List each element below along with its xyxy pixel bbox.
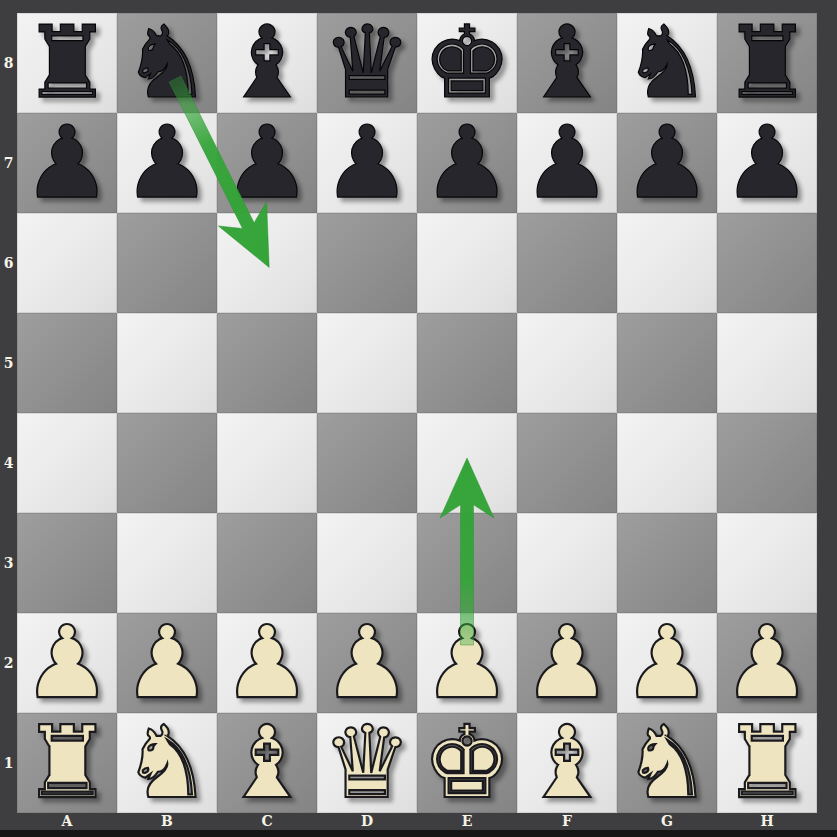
- square-e8[interactable]: ♚: [417, 13, 517, 113]
- square-b5[interactable]: [117, 313, 217, 413]
- square-g6[interactable]: [617, 213, 717, 313]
- square-b1[interactable]: ♞: [117, 713, 217, 813]
- square-f1[interactable]: ♝: [517, 713, 617, 813]
- square-f7[interactable]: ♟: [517, 113, 617, 213]
- piece-black-knight[interactable]: ♞: [122, 13, 212, 113]
- piece-black-pawn[interactable]: ♟: [522, 113, 612, 213]
- square-c4[interactable]: [217, 413, 317, 513]
- file-label-g: G: [617, 813, 717, 830]
- piece-white-pawn[interactable]: ♟: [522, 613, 612, 713]
- piece-black-queen[interactable]: ♛: [322, 13, 412, 113]
- piece-white-pawn[interactable]: ♟: [622, 613, 712, 713]
- piece-white-pawn[interactable]: ♟: [422, 613, 512, 713]
- square-f6[interactable]: [517, 213, 617, 313]
- square-d7[interactable]: ♟: [317, 113, 417, 213]
- square-b6[interactable]: [117, 213, 217, 313]
- square-f5[interactable]: [517, 313, 617, 413]
- rank-label-8: 8: [0, 13, 17, 113]
- square-c3[interactable]: [217, 513, 317, 613]
- piece-black-pawn[interactable]: ♟: [322, 113, 412, 213]
- square-g7[interactable]: ♟: [617, 113, 717, 213]
- square-d5[interactable]: [317, 313, 417, 413]
- piece-white-bishop[interactable]: ♝: [222, 713, 312, 813]
- piece-black-pawn[interactable]: ♟: [722, 113, 812, 213]
- rank-label-3: 3: [0, 513, 17, 613]
- square-c1[interactable]: ♝: [217, 713, 317, 813]
- piece-white-pawn[interactable]: ♟: [222, 613, 312, 713]
- piece-white-knight[interactable]: ♞: [122, 713, 212, 813]
- square-e1[interactable]: ♚: [417, 713, 517, 813]
- square-g1[interactable]: ♞: [617, 713, 717, 813]
- piece-white-pawn[interactable]: ♟: [722, 613, 812, 713]
- piece-white-queen[interactable]: ♛: [322, 713, 412, 813]
- square-c8[interactable]: ♝: [217, 13, 317, 113]
- square-a6[interactable]: [17, 213, 117, 313]
- piece-white-pawn[interactable]: ♟: [322, 613, 412, 713]
- piece-black-pawn[interactable]: ♟: [222, 113, 312, 213]
- file-label-f: F: [517, 813, 617, 830]
- square-g5[interactable]: [617, 313, 717, 413]
- square-g3[interactable]: [617, 513, 717, 613]
- piece-black-knight[interactable]: ♞: [622, 13, 712, 113]
- piece-black-rook[interactable]: ♜: [722, 13, 812, 113]
- piece-black-rook[interactable]: ♜: [22, 13, 112, 113]
- piece-black-king[interactable]: ♚: [422, 13, 512, 113]
- square-d1[interactable]: ♛: [317, 713, 417, 813]
- square-h7[interactable]: ♟: [717, 113, 817, 213]
- file-labels: ABCDEFGH: [17, 813, 817, 830]
- piece-white-rook[interactable]: ♜: [722, 713, 812, 813]
- file-label-e: E: [417, 813, 517, 830]
- square-a4[interactable]: [17, 413, 117, 513]
- square-c7[interactable]: ♟: [217, 113, 317, 213]
- square-e7[interactable]: ♟: [417, 113, 517, 213]
- piece-black-pawn[interactable]: ♟: [22, 113, 112, 213]
- rank-label-2: 2: [0, 613, 17, 713]
- rank-labels: 87654321: [0, 13, 17, 813]
- square-c6[interactable]: [217, 213, 317, 313]
- square-a5[interactable]: [17, 313, 117, 413]
- square-f8[interactable]: ♝: [517, 13, 617, 113]
- square-e2[interactable]: ♟: [417, 613, 517, 713]
- square-h5[interactable]: [717, 313, 817, 413]
- rank-label-7: 7: [0, 113, 17, 213]
- file-label-a: A: [17, 813, 117, 830]
- rank-label-1: 1: [0, 713, 17, 813]
- square-a2[interactable]: ♟: [17, 613, 117, 713]
- file-label-h: H: [717, 813, 817, 830]
- square-f2[interactable]: ♟: [517, 613, 617, 713]
- piece-white-pawn[interactable]: ♟: [22, 613, 112, 713]
- square-g4[interactable]: [617, 413, 717, 513]
- chess-board-frame: 87654321 ♜♞♝♛♚♝♞♜♟♟♟♟♟♟♟♟♟♟♟♟♟♟♟♟♜♞♝♛♚♝♞…: [0, 0, 837, 837]
- square-g2[interactable]: ♟: [617, 613, 717, 713]
- chess-board: ♜♞♝♛♚♝♞♜♟♟♟♟♟♟♟♟♟♟♟♟♟♟♟♟♜♞♝♛♚♝♞♜: [17, 13, 817, 813]
- square-d6[interactable]: [317, 213, 417, 313]
- square-h6[interactable]: [717, 213, 817, 313]
- piece-black-bishop[interactable]: ♝: [222, 13, 312, 113]
- square-b4[interactable]: [117, 413, 217, 513]
- square-a3[interactable]: [17, 513, 117, 613]
- square-h4[interactable]: [717, 413, 817, 513]
- piece-white-pawn[interactable]: ♟: [122, 613, 212, 713]
- square-d4[interactable]: [317, 413, 417, 513]
- square-b7[interactable]: ♟: [117, 113, 217, 213]
- square-c2[interactable]: ♟: [217, 613, 317, 713]
- piece-white-rook[interactable]: ♜: [22, 713, 112, 813]
- file-label-d: D: [317, 813, 417, 830]
- square-d3[interactable]: [317, 513, 417, 613]
- piece-white-bishop[interactable]: ♝: [522, 713, 612, 813]
- square-a7[interactable]: ♟: [17, 113, 117, 213]
- square-b8[interactable]: ♞: [117, 13, 217, 113]
- square-f3[interactable]: [517, 513, 617, 613]
- square-e4[interactable]: [417, 413, 517, 513]
- square-h1[interactable]: ♜: [717, 713, 817, 813]
- square-h8[interactable]: ♜: [717, 13, 817, 113]
- piece-black-pawn[interactable]: ♟: [422, 113, 512, 213]
- square-e3[interactable]: [417, 513, 517, 613]
- square-a8[interactable]: ♜: [17, 13, 117, 113]
- piece-white-king[interactable]: ♚: [422, 713, 512, 813]
- square-b3[interactable]: [117, 513, 217, 613]
- square-g8[interactable]: ♞: [617, 13, 717, 113]
- rank-label-4: 4: [0, 413, 17, 513]
- square-d8[interactable]: ♛: [317, 13, 417, 113]
- square-f4[interactable]: [517, 413, 617, 513]
- piece-black-pawn[interactable]: ♟: [622, 113, 712, 213]
- bottom-strip: [0, 830, 837, 837]
- file-label-b: B: [117, 813, 217, 830]
- square-b2[interactable]: ♟: [117, 613, 217, 713]
- rank-label-6: 6: [0, 213, 17, 313]
- piece-white-knight[interactable]: ♞: [622, 713, 712, 813]
- square-e6[interactable]: [417, 213, 517, 313]
- piece-black-bishop[interactable]: ♝: [522, 13, 612, 113]
- square-a1[interactable]: ♜: [17, 713, 117, 813]
- square-h2[interactable]: ♟: [717, 613, 817, 713]
- rank-label-5: 5: [0, 313, 17, 413]
- square-c5[interactable]: [217, 313, 317, 413]
- file-label-c: C: [217, 813, 317, 830]
- square-e5[interactable]: [417, 313, 517, 413]
- square-h3[interactable]: [717, 513, 817, 613]
- piece-black-pawn[interactable]: ♟: [122, 113, 212, 213]
- square-d2[interactable]: ♟: [317, 613, 417, 713]
